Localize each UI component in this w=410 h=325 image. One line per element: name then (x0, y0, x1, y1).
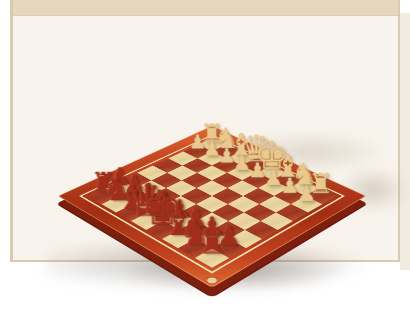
chess-board: ♜♞♝♛♚♝♞♜♟♟♟♟♟♟♟♟♟♟♟♟♟♟♟♟♜♞♝♛♚♝♞♜ (58, 126, 366, 288)
square-h1: ♜ (195, 248, 229, 268)
piece-red-rook: ♜ (198, 228, 226, 259)
product-photo-chess-set[interactable]: ♜♞♝♛♚♝♞♜♟♟♟♟♟♟♟♟♟♟♟♟♟♟♟♟♜♞♝♛♚♝♞♜ (0, 0, 410, 325)
board-corner-foot (205, 276, 220, 285)
maple-trim-line: ♜♞♝♛♚♝♞♜♟♟♟♟♟♟♟♟♟♟♟♟♟♟♟♟♜♞♝♛♚♝♞♜ (79, 134, 345, 273)
piece-boxwood-pawn: ♟ (297, 184, 316, 205)
board-squares-grid: ♜♞♝♛♚♝♞♜♟♟♟♟♟♟♟♟♟♟♟♟♟♟♟♟♜♞♝♛♚♝♞♜ (88, 138, 337, 268)
